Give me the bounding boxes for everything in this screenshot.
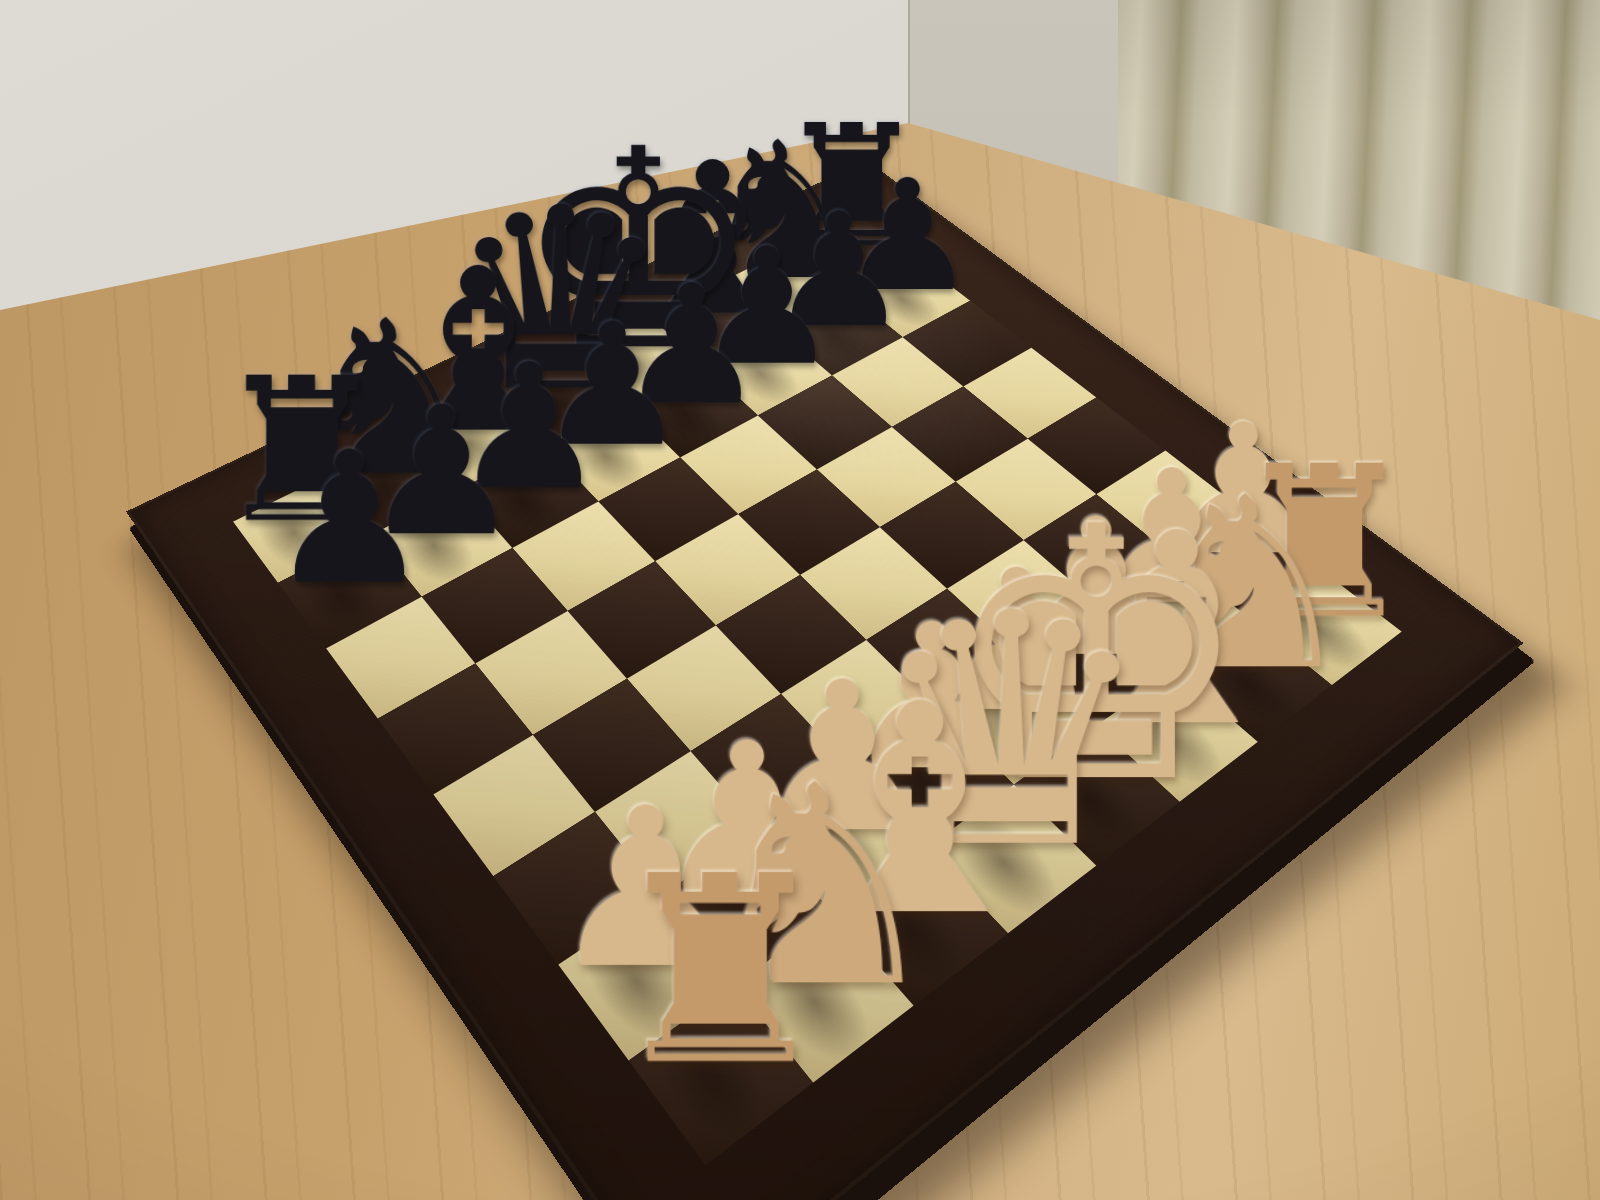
room-scene: ♜♞♝♛♚♝♞♜♟♟♟♟♟♟♟♟♟♟♟♟♟♟♟♟♜♞♝♛♚♝♞♜ [0,0,1600,1200]
board-perspective-scene: ♜♞♝♛♚♝♞♜♟♟♟♟♟♟♟♟♟♟♟♟♟♟♟♟♜♞♝♛♚♝♞♜ [0,0,1600,1200]
piece-white-rook-a1: ♜ [604,842,836,1101]
chessboard: ♜♞♝♛♚♝♞♜♟♟♟♟♟♟♟♟♟♟♟♟♟♟♟♟♜♞♝♛♚♝♞♜ [126,160,1523,1200]
piece-black-pawn-a7: ♟ [268,427,432,609]
